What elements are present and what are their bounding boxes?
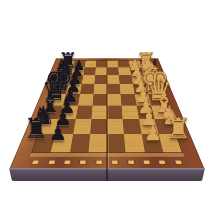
piece-black-rook-a8: ♜: [23, 115, 48, 143]
piece-white-rook-a1: ♜: [165, 115, 190, 143]
king-dark-finial: [154, 59, 157, 65]
pieces-layer: ♜♞♝♚♛♝♞♜♟♟♟♟♟♟♟♟♟♟♟♟♟♟♟♟♜♞♝♚♛♝♞♜: [0, 0, 214, 214]
piece-black-pawn-a7: ♟: [49, 123, 67, 143]
chess-set-photo: ♜♞♝♚♛♝♞♜♟♟♟♟♟♟♟♟♟♟♟♟♟♟♟♟♜♞♝♚♛♝♞♜: [0, 0, 214, 214]
piece-white-pawn-a2: ♟: [144, 123, 162, 143]
